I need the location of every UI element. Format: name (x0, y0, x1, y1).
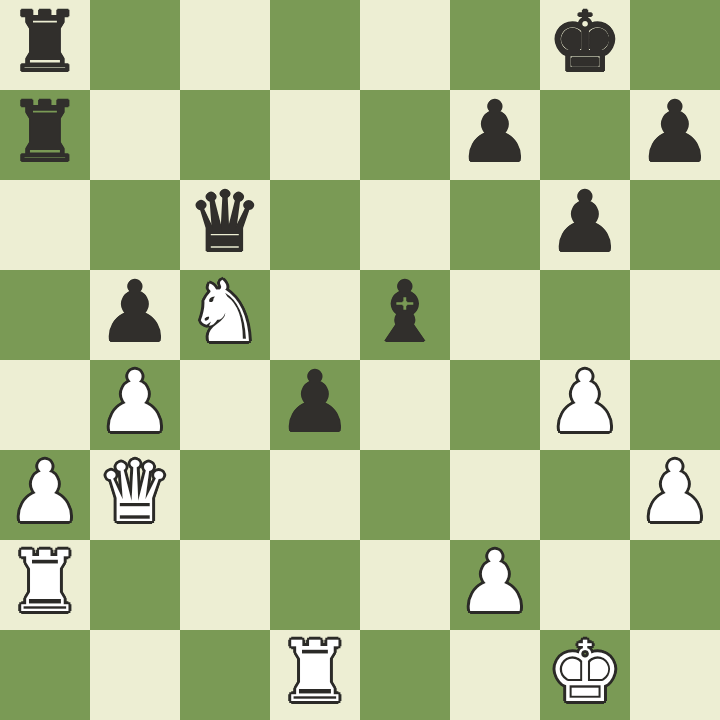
square-g4[interactable]: ♟ (540, 360, 630, 450)
white-pawn-piece: ♟ (547, 357, 622, 447)
black-pawn-piece: ♟ (277, 357, 352, 447)
square-g6[interactable]: ♟ (540, 180, 630, 270)
square-d7[interactable] (270, 90, 360, 180)
white-pawn-piece: ♟ (7, 447, 82, 537)
black-pawn-piece: ♟ (637, 87, 712, 177)
square-c1[interactable] (180, 630, 270, 720)
square-e3[interactable] (360, 450, 450, 540)
square-b2[interactable] (90, 540, 180, 630)
square-d3[interactable] (270, 450, 360, 540)
square-c8[interactable] (180, 0, 270, 90)
black-rook-piece: ♜ (7, 87, 82, 177)
square-h2[interactable] (630, 540, 720, 630)
black-bishop-piece: ♝ (367, 267, 442, 357)
square-c2[interactable] (180, 540, 270, 630)
white-king-piece: ♚ (547, 627, 622, 717)
square-h7[interactable]: ♟ (630, 90, 720, 180)
square-f2[interactable]: ♟ (450, 540, 540, 630)
square-d6[interactable] (270, 180, 360, 270)
square-a1[interactable] (0, 630, 90, 720)
square-c7[interactable] (180, 90, 270, 180)
square-e1[interactable] (360, 630, 450, 720)
square-a5[interactable] (0, 270, 90, 360)
square-g2[interactable] (540, 540, 630, 630)
square-b8[interactable] (90, 0, 180, 90)
square-g3[interactable] (540, 450, 630, 540)
square-b5[interactable]: ♟ (90, 270, 180, 360)
square-g8[interactable]: ♚ (540, 0, 630, 90)
square-f3[interactable] (450, 450, 540, 540)
square-e8[interactable] (360, 0, 450, 90)
square-e5[interactable]: ♝ (360, 270, 450, 360)
white-pawn-piece: ♟ (457, 537, 532, 627)
square-b7[interactable] (90, 90, 180, 180)
white-knight-piece: ♞ (187, 267, 262, 357)
square-a6[interactable] (0, 180, 90, 270)
black-queen-piece: ♛ (187, 177, 262, 267)
square-g7[interactable] (540, 90, 630, 180)
black-pawn-piece: ♟ (97, 267, 172, 357)
square-d5[interactable] (270, 270, 360, 360)
square-e7[interactable] (360, 90, 450, 180)
square-h1[interactable] (630, 630, 720, 720)
square-f6[interactable] (450, 180, 540, 270)
white-rook-piece: ♜ (277, 627, 352, 717)
square-h5[interactable] (630, 270, 720, 360)
square-g1[interactable]: ♚ (540, 630, 630, 720)
white-rook-piece: ♜ (7, 537, 82, 627)
square-e2[interactable] (360, 540, 450, 630)
white-queen-piece: ♛ (97, 447, 172, 537)
square-f8[interactable] (450, 0, 540, 90)
square-b1[interactable] (90, 630, 180, 720)
square-c4[interactable] (180, 360, 270, 450)
square-g5[interactable] (540, 270, 630, 360)
square-f4[interactable] (450, 360, 540, 450)
square-d2[interactable] (270, 540, 360, 630)
black-pawn-piece: ♟ (547, 177, 622, 267)
square-a3[interactable]: ♟ (0, 450, 90, 540)
square-d4[interactable]: ♟ (270, 360, 360, 450)
square-d1[interactable]: ♜ (270, 630, 360, 720)
square-d8[interactable] (270, 0, 360, 90)
white-pawn-piece: ♟ (637, 447, 712, 537)
square-a2[interactable]: ♜ (0, 540, 90, 630)
black-pawn-piece: ♟ (457, 87, 532, 177)
square-a8[interactable]: ♜ (0, 0, 90, 90)
square-b6[interactable] (90, 180, 180, 270)
chess-board: ♜♚♜♟♟♛♟♟♞♝♟♟♟♟♛♟♜♟♜♚ (0, 0, 720, 720)
white-pawn-piece: ♟ (97, 357, 172, 447)
square-f1[interactable] (450, 630, 540, 720)
square-h4[interactable] (630, 360, 720, 450)
square-h8[interactable] (630, 0, 720, 90)
square-f7[interactable]: ♟ (450, 90, 540, 180)
square-a4[interactable] (0, 360, 90, 450)
square-b3[interactable]: ♛ (90, 450, 180, 540)
square-a7[interactable]: ♜ (0, 90, 90, 180)
square-e6[interactable] (360, 180, 450, 270)
black-rook-piece: ♜ (7, 0, 82, 87)
square-b4[interactable]: ♟ (90, 360, 180, 450)
square-c3[interactable] (180, 450, 270, 540)
square-f5[interactable] (450, 270, 540, 360)
black-king-piece: ♚ (547, 0, 622, 87)
square-c6[interactable]: ♛ (180, 180, 270, 270)
square-e4[interactable] (360, 360, 450, 450)
square-h3[interactable]: ♟ (630, 450, 720, 540)
square-c5[interactable]: ♞ (180, 270, 270, 360)
square-h6[interactable] (630, 180, 720, 270)
